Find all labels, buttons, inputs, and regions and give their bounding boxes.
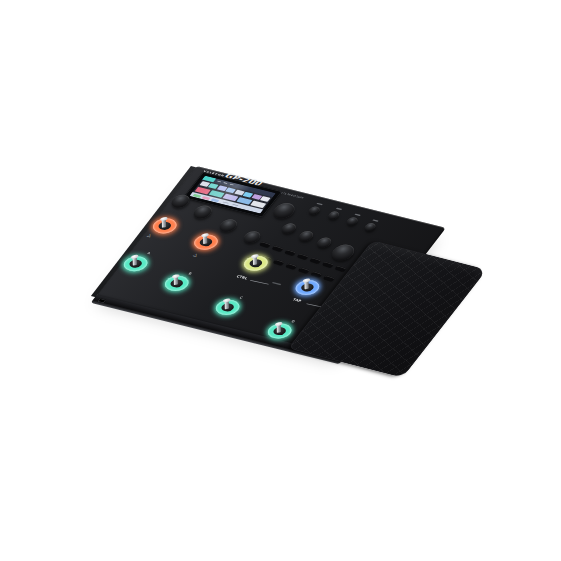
param-knob-1[interactable]	[279, 222, 298, 235]
footswitch-a-label: A	[147, 252, 151, 255]
footswitch-stem	[277, 324, 281, 333]
value-encoder-knob[interactable]	[328, 243, 358, 263]
bank-up-triangle: △	[193, 253, 199, 257]
bank-down-triangle: △	[147, 233, 153, 237]
edit-button[interactable]	[273, 259, 284, 265]
product-photo-canvas: VALETON GP-200 MULTI-EFFECTS PROCESSOR	[0, 0, 561, 561]
volume-knob[interactable]	[269, 201, 298, 220]
knob-label-mark	[336, 208, 342, 211]
edit-button[interactable]	[284, 250, 295, 256]
param-knob-small-2[interactable]	[326, 210, 341, 220]
knob-label-mark	[354, 214, 360, 217]
footswitch-b-label: B	[188, 272, 192, 275]
knob-label-mark	[372, 219, 378, 222]
footswitch-d-label: D	[291, 320, 296, 323]
ctrl-pointer-line	[250, 280, 269, 285]
footswitch-c-label: C	[239, 296, 243, 299]
footswitch-c[interactable]	[212, 298, 244, 317]
edit-button[interactable]	[297, 254, 308, 260]
param-knob-small-4[interactable]	[363, 222, 378, 232]
footswitch-stem	[203, 235, 207, 244]
footswitch-tap[interactable]	[292, 278, 324, 297]
tap-label: TAP	[292, 298, 302, 303]
footswitch-stem	[304, 280, 308, 289]
edit-button[interactable]	[285, 263, 296, 269]
param-knob-2[interactable]	[297, 230, 316, 243]
quick-knob-3[interactable]	[216, 218, 240, 233]
edit-button[interactable]	[272, 246, 283, 252]
footswitch-b[interactable]	[161, 274, 193, 293]
quick-knob-2[interactable]	[190, 204, 215, 220]
knob-label-mark	[316, 203, 322, 206]
footswitch-stem	[174, 276, 178, 285]
param-knob-3[interactable]	[315, 236, 334, 249]
edit-button[interactable]	[323, 275, 334, 281]
footswitch-stem	[225, 300, 229, 309]
footswitch-stem	[133, 256, 137, 265]
edit-button[interactable]	[335, 266, 346, 272]
param-knob-small-3[interactable]	[345, 216, 360, 226]
footswitch-stem	[162, 218, 166, 227]
edit-button[interactable]	[310, 271, 321, 277]
edit-button[interactable]	[259, 242, 270, 248]
param-knob-small-1[interactable]	[307, 206, 322, 216]
edit-button[interactable]	[322, 262, 333, 268]
edit-button[interactable]	[309, 258, 320, 264]
ctrl-label: CTRL	[236, 275, 249, 280]
gp200-device: VALETON GP-200 MULTI-EFFECTS PROCESSOR	[96, 166, 446, 358]
footswitch-stem	[253, 256, 257, 265]
edit-button[interactable]	[298, 267, 309, 273]
footswitch-bank-up[interactable]	[190, 233, 222, 252]
ctrl-small-text-mark	[272, 282, 281, 285]
